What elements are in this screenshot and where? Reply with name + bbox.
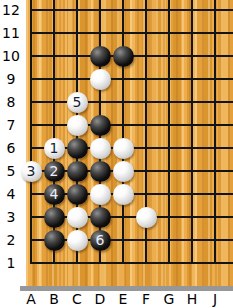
move-number-label: 4 (50, 187, 59, 201)
coordinate-label-row-2: 2 (0, 229, 22, 251)
move-number-label: 1 (50, 141, 59, 155)
stone-black-C4 (67, 184, 88, 205)
coordinate-label-row-11: 11 (0, 22, 22, 44)
stone-white-E4 (113, 184, 134, 205)
stone-black-B4: 4 (44, 184, 65, 205)
stone-white-C3 (67, 207, 88, 228)
coordinate-label-col-E: E (112, 292, 134, 307)
stone-black-C5 (67, 161, 88, 182)
coordinate-label-col-A: A (20, 292, 42, 307)
coordinate-label-row-6: 6 (0, 137, 22, 159)
move-number-label: 2 (50, 164, 59, 178)
stone-white-F3 (136, 207, 157, 228)
coordinate-label-row-9: 9 (0, 68, 22, 90)
stone-white-C7 (67, 115, 88, 136)
coordinate-label-row-3: 3 (0, 206, 22, 228)
stone-white-C8: 5 (67, 92, 88, 113)
coordinate-label-row-1: 1 (0, 252, 22, 274)
stone-black-D2: 6 (90, 230, 111, 251)
move-number-label: 6 (96, 233, 105, 247)
move-number-label: 3 (27, 164, 36, 178)
stone-black-B2 (44, 230, 65, 251)
stone-white-B6: 1 (44, 138, 65, 159)
stone-black-B3 (44, 207, 65, 228)
coordinate-label-col-H: H (181, 292, 203, 307)
coordinate-label-col-C: C (66, 292, 88, 307)
coordinate-label-row-4: 4 (0, 183, 22, 205)
stone-black-D3 (90, 207, 111, 228)
stone-black-E10 (113, 46, 134, 67)
stone-white-D6 (90, 138, 111, 159)
move-number-label: 5 (73, 95, 82, 109)
coordinate-label-row-12: 12 (0, 0, 22, 21)
stone-white-D4 (90, 184, 111, 205)
coordinate-label-col-F: F (135, 292, 157, 307)
stone-black-D7 (90, 115, 111, 136)
stone-black-D5 (90, 161, 111, 182)
stone-white-E6 (113, 138, 134, 159)
go-board-panel: 513246 121110987654321 ABCDEFGHJ (0, 0, 233, 308)
stone-white-E5 (113, 161, 134, 182)
stone-black-D10 (90, 46, 111, 67)
coordinate-label-col-D: D (89, 292, 111, 307)
coordinate-label-col-B: B (43, 292, 65, 307)
coordinate-label-row-5: 5 (0, 160, 22, 182)
stone-white-A5: 3 (21, 161, 42, 182)
stones-layer: 513246 (20, 0, 227, 275)
stone-black-C6 (67, 138, 88, 159)
coordinate-label-row-7: 7 (0, 114, 22, 136)
stone-black-B5: 2 (44, 161, 65, 182)
coordinate-label-row-8: 8 (0, 91, 22, 113)
stone-white-C2 (67, 230, 88, 251)
coordinate-label-col-G: G (158, 292, 180, 307)
coordinate-label-row-10: 10 (0, 45, 22, 67)
coordinate-label-col-J: J (204, 292, 226, 307)
stone-white-D9 (90, 69, 111, 90)
